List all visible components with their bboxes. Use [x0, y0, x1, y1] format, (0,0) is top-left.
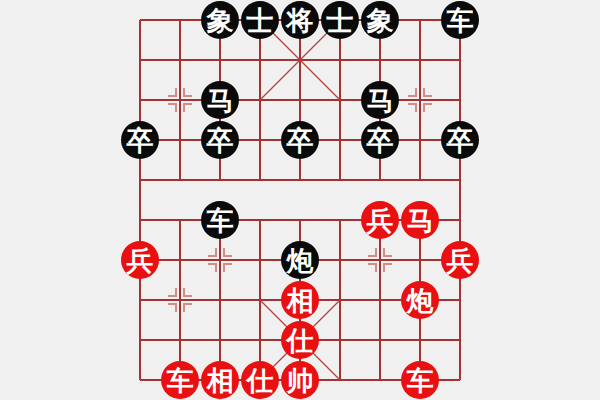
piece-grid: 象士将士象车马马卒卒卒卒卒车炮兵马兵兵相炮仕车相仕帅车 — [120, 0, 480, 400]
piece-red-cannon[interactable]: 炮 — [401, 281, 439, 319]
piece-black-advisor[interactable]: 士 — [241, 1, 279, 39]
piece-black-advisor[interactable]: 士 — [321, 1, 359, 39]
piece-red-general[interactable]: 帅 — [281, 361, 319, 399]
piece-red-soldier[interactable]: 兵 — [441, 241, 479, 279]
piece-red-chariot[interactable]: 车 — [161, 361, 199, 399]
piece-red-soldier[interactable]: 兵 — [121, 241, 159, 279]
app-background: 象士将士象车马马卒卒卒卒卒车炮兵马兵兵相炮仕车相仕帅车 — [0, 0, 600, 400]
piece-red-horse[interactable]: 马 — [401, 201, 439, 239]
piece-black-soldier[interactable]: 卒 — [441, 121, 479, 159]
piece-black-soldier[interactable]: 卒 — [281, 121, 319, 159]
piece-red-chariot[interactable]: 车 — [401, 361, 439, 399]
piece-black-horse[interactable]: 马 — [361, 81, 399, 119]
piece-black-cannon[interactable]: 炮 — [281, 241, 319, 279]
piece-red-elephant[interactable]: 相 — [201, 361, 239, 399]
piece-black-chariot[interactable]: 车 — [441, 1, 479, 39]
piece-black-soldier[interactable]: 卒 — [121, 121, 159, 159]
piece-red-advisor[interactable]: 仕 — [241, 361, 279, 399]
piece-red-advisor[interactable]: 仕 — [281, 321, 319, 359]
piece-black-horse[interactable]: 马 — [201, 81, 239, 119]
piece-black-chariot[interactable]: 车 — [201, 201, 239, 239]
piece-black-soldier[interactable]: 卒 — [361, 121, 399, 159]
piece-black-elephant[interactable]: 象 — [361, 1, 399, 39]
piece-black-general[interactable]: 将 — [281, 1, 319, 39]
piece-red-elephant[interactable]: 相 — [281, 281, 319, 319]
piece-black-elephant[interactable]: 象 — [201, 1, 239, 39]
piece-red-soldier[interactable]: 兵 — [361, 201, 399, 239]
piece-black-soldier[interactable]: 卒 — [201, 121, 239, 159]
xiangqi-board[interactable]: 象士将士象车马马卒卒卒卒卒车炮兵马兵兵相炮仕车相仕帅车 — [0, 0, 600, 400]
